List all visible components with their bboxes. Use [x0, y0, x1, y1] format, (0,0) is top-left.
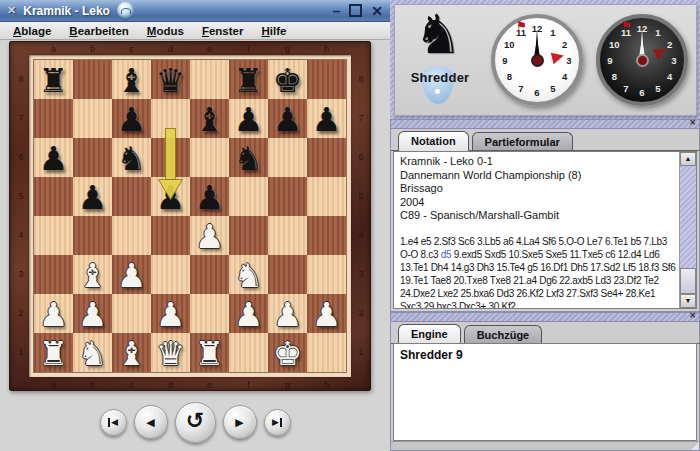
square-e8[interactable]	[190, 60, 229, 99]
square-g8[interactable]: ♚	[268, 60, 307, 99]
square-f4[interactable]	[229, 216, 268, 255]
black-clock-numeral-5: 5	[655, 82, 660, 93]
piece-black-pawn-b5[interactable]: ♟	[73, 177, 112, 216]
square-h3[interactable]	[307, 255, 346, 294]
coord-rank-7: 7	[355, 99, 367, 138]
rank-labels-left: 87654321	[15, 60, 27, 372]
square-c3[interactable]: ♟	[112, 255, 151, 294]
coord-rank-8: 8	[15, 60, 27, 99]
coord-rank-5: 5	[15, 177, 27, 216]
coord-file-g: g	[268, 379, 307, 391]
coord-file-a: a	[34, 43, 73, 55]
piece-white-pawn-f2[interactable]: ♟	[229, 294, 268, 333]
square-c5[interactable]	[112, 177, 151, 216]
black-clock-numeral-12: 12	[637, 23, 648, 34]
square-e5[interactable]: ♟	[190, 177, 229, 216]
coord-rank-8: 8	[355, 60, 367, 99]
square-d4[interactable]	[151, 216, 190, 255]
square-e4[interactable]: ♟	[190, 216, 229, 255]
menu-fenster[interactable]: Fenster	[193, 25, 253, 37]
coord-rank-1: 1	[15, 333, 27, 372]
black-clock-center	[636, 54, 649, 67]
coord-rank-5: 5	[355, 177, 367, 216]
coord-rank-3: 3	[15, 255, 27, 294]
back-button[interactable]: ◀	[134, 405, 168, 439]
piece-white-pawn-a2[interactable]: ♟	[34, 294, 73, 333]
piece-white-pawn-b2[interactable]: ♟	[73, 294, 112, 333]
coord-rank-2: 2	[355, 294, 367, 333]
square-b6[interactable]	[73, 138, 112, 177]
notation-titlebar[interactable]: ✕	[391, 120, 699, 129]
piece-white-knight-f3[interactable]: ♞	[229, 255, 268, 294]
piece-white-rook-e1[interactable]: ♜	[190, 333, 229, 372]
event-line: Dannemann World Championship (8)	[400, 169, 677, 183]
knight-logo-icon: ♞	[414, 4, 462, 66]
piece-black-pawn-f7[interactable]: ♟	[229, 99, 268, 138]
back-icon: ◀	[146, 417, 154, 428]
square-e2[interactable]	[190, 294, 229, 333]
coord-file-f: f	[229, 43, 268, 55]
app-icon: ✕	[7, 4, 16, 17]
piece-white-queen-d1[interactable]: ♛	[151, 333, 190, 372]
piece-white-knight-b1[interactable]: ♞	[73, 333, 112, 372]
square-a6[interactable]: ♟	[34, 138, 73, 177]
close-notation-icon[interactable]: ✕	[689, 118, 696, 128]
coord-file-d: d	[151, 379, 190, 391]
square-b3[interactable]: ♝	[73, 255, 112, 294]
piece-black-king-g8[interactable]: ♚	[268, 60, 307, 99]
current-move[interactable]: d5	[441, 249, 452, 260]
coord-file-h: h	[307, 43, 346, 55]
file-labels-top: abcdefgh	[34, 43, 346, 55]
window-title: Kramnik - Leko	[23, 4, 110, 18]
square-d3[interactable]	[151, 255, 190, 294]
square-h1[interactable]	[307, 333, 346, 372]
menu-modus[interactable]: Modus	[138, 25, 193, 37]
piece-black-pawn-h7[interactable]: ♟	[307, 99, 346, 138]
coord-rank-2: 2	[15, 294, 27, 333]
notation-content: Kramnik - Leko 0-1 Dannemann World Champ…	[393, 151, 697, 309]
white-clock-numeral-4: 4	[562, 71, 567, 82]
square-e6[interactable]	[190, 138, 229, 177]
menu-bar: Ablage Bearbeiten Modus Fenster Hilfe	[0, 22, 390, 40]
square-b7[interactable]	[73, 99, 112, 138]
start-bar-icon	[108, 418, 110, 427]
go-to-start-button[interactable]: ◀	[100, 409, 127, 436]
notation-scrollbar[interactable]: ▲ ▼	[679, 152, 696, 308]
coord-rank-7: 7	[15, 99, 27, 138]
coord-rank-1: 1	[355, 333, 367, 372]
coord-file-c: c	[112, 379, 151, 391]
minimize-button[interactable]: –	[332, 4, 340, 18]
go-to-end-button[interactable]: ▶	[264, 409, 291, 436]
coord-file-d: d	[151, 43, 190, 55]
black-clock-numeral-11: 11	[621, 27, 631, 38]
engine-name: Shredder 9	[394, 344, 696, 366]
black-clock-numeral-7: 7	[623, 82, 628, 93]
square-h8[interactable]	[307, 60, 346, 99]
black-clock-numeral-10: 10	[609, 39, 620, 50]
undo-icon: ↺	[186, 410, 204, 432]
square-f7[interactable]: ♟	[229, 99, 268, 138]
close-button[interactable]: ✕	[371, 4, 383, 18]
chess-board: abcdefgh abcdefgh 87654321 87654321 ♜♝♛♜…	[9, 41, 371, 391]
square-g4[interactable]	[268, 216, 307, 255]
square-f8[interactable]: ♜	[229, 60, 268, 99]
square-h4[interactable]	[307, 216, 346, 255]
scrollbar-thumb[interactable]	[680, 268, 696, 294]
menu-hilfe[interactable]: Hilfe	[252, 25, 295, 37]
square-g6[interactable]	[268, 138, 307, 177]
logo-text: Shredder	[402, 70, 478, 85]
white-clock-numeral-9: 9	[502, 55, 507, 66]
square-d1[interactable]: ♛	[151, 333, 190, 372]
coord-rank-4: 4	[355, 216, 367, 255]
piece-black-pawn-d5[interactable]: ♟	[151, 177, 190, 216]
coord-file-f: f	[229, 379, 268, 391]
close-engine-icon[interactable]: ✕	[689, 311, 696, 321]
tab-partieformular[interactable]: Partieformular	[472, 132, 573, 150]
white-clock-numeral-10: 10	[504, 39, 515, 50]
square-a7[interactable]	[34, 99, 73, 138]
square-c6[interactable]: ♞	[112, 138, 151, 177]
engine-titlebar[interactable]: ✕	[391, 313, 699, 322]
square-g1[interactable]: ♚	[268, 333, 307, 372]
square-g2[interactable]: ♟	[268, 294, 307, 333]
piece-black-bishop-c8[interactable]: ♝	[112, 60, 151, 99]
square-b8[interactable]	[73, 60, 112, 99]
square-b1[interactable]: ♞	[73, 333, 112, 372]
coord-file-g: g	[268, 43, 307, 55]
board-squares: ♜♝♛♜♚♟♝♟♟♟♟♞♞♟♟♟♟♝♟♞♟♟♟♟♟♟♜♞♝♛♜♚	[34, 60, 346, 372]
end-bar-icon	[280, 418, 282, 427]
coord-file-b: b	[73, 379, 112, 391]
square-e7[interactable]: ♝	[190, 99, 229, 138]
window-titlebar[interactable]: ✕ Kramnik - Leko – ✕	[0, 0, 390, 22]
nav-controls: ◀ ◀ ↺ ▶ ▶	[0, 398, 390, 446]
piece-black-pawn-c7[interactable]: ♟	[112, 99, 151, 138]
white-clock-numeral-3: 3	[566, 55, 571, 66]
shredder-app: ✕ Kramnik - Leko – ✕ Ablage Bearbeiten M…	[0, 0, 700, 451]
maximize-button[interactable]	[349, 4, 362, 17]
square-a8[interactable]: ♜	[34, 60, 73, 99]
square-d2[interactable]: ♟	[151, 294, 190, 333]
square-f1[interactable]	[229, 333, 268, 372]
white-clock-numeral-6: 6	[534, 87, 539, 98]
game-result-line: Kramnik - Leko 0-1	[400, 155, 677, 169]
square-b2[interactable]: ♟	[73, 294, 112, 333]
square-g7[interactable]: ♟	[268, 99, 307, 138]
square-c7[interactable]: ♟	[112, 99, 151, 138]
square-f3[interactable]: ♞	[229, 255, 268, 294]
white-clock-center	[531, 54, 544, 67]
tab-buchzuege[interactable]: Buchzüge	[464, 325, 543, 343]
engine-window: ✕ Engine Buchzüge Shredder 9	[390, 312, 700, 451]
black-clock-numeral-6: 6	[639, 87, 644, 98]
square-f5[interactable]	[229, 177, 268, 216]
coord-file-c: c	[112, 43, 151, 55]
white-clock-numeral-8: 8	[507, 71, 512, 82]
resize-grip[interactable]	[691, 442, 699, 450]
file-labels-bottom: abcdefgh	[34, 379, 346, 391]
game-notation[interactable]: Kramnik - Leko 0-1 Dannemann World Champ…	[394, 152, 679, 308]
piece-black-pawn-a6[interactable]: ♟	[34, 138, 73, 177]
black-clock-numeral-4: 4	[667, 71, 672, 82]
square-f6[interactable]: ♞	[229, 138, 268, 177]
piece-white-pawn-d2[interactable]: ♟	[151, 294, 190, 333]
square-g3[interactable]	[268, 255, 307, 294]
piece-white-rook-a1[interactable]: ♜	[34, 333, 73, 372]
notation-window: ✕ Notation Partieformular Kramnik - Leko…	[390, 119, 700, 312]
square-d8[interactable]: ♛	[151, 60, 190, 99]
piece-white-bishop-c1[interactable]: ♝	[112, 333, 151, 372]
engine-output: Shredder 9	[393, 343, 697, 441]
square-e1[interactable]: ♜	[190, 333, 229, 372]
move-list[interactable]: 1.e4 e5 2.Sf3 Sc6 3.Lb5 a6 4.La4 Sf6 5.O…	[400, 235, 677, 309]
scroll-up-button[interactable]: ▲	[680, 152, 696, 166]
eco-line: C89 - Spanisch/Marshall-Gambit	[400, 209, 677, 223]
coord-file-h: h	[307, 379, 346, 391]
start-triangle-icon: ◀	[111, 418, 118, 427]
clock-panel: ♞ Shredder ⚑ 121234567891011 ⚑ 121234567…	[394, 4, 697, 116]
coord-rank-3: 3	[355, 255, 367, 294]
piece-black-bishop-e7[interactable]: ♝	[190, 99, 229, 138]
menu-bearbeiten[interactable]: Bearbeiten	[60, 25, 137, 37]
white-clock-numeral-11: 11	[516, 27, 526, 38]
square-c2[interactable]	[112, 294, 151, 333]
piece-black-knight-c6[interactable]: ♞	[112, 138, 151, 177]
square-d7[interactable]	[151, 99, 190, 138]
square-c1[interactable]: ♝	[112, 333, 151, 372]
piece-white-pawn-g2[interactable]: ♟	[268, 294, 307, 333]
square-c8[interactable]: ♝	[112, 60, 151, 99]
forward-button[interactable]: ▶	[223, 405, 257, 439]
piece-white-pawn-e4[interactable]: ♟	[190, 216, 229, 255]
square-d5[interactable]: ♟	[151, 177, 190, 216]
board-window: ✕ Kramnik - Leko – ✕ Ablage Bearbeiten M…	[0, 0, 390, 451]
tab-notation[interactable]: Notation	[398, 131, 469, 151]
piece-black-queen-d8[interactable]: ♛	[151, 60, 190, 99]
piece-white-pawn-h2[interactable]: ♟	[307, 294, 346, 333]
rank-labels-right: 87654321	[355, 60, 367, 372]
white-clock: ⚑ 121234567891011	[491, 14, 583, 106]
square-b5[interactable]: ♟	[73, 177, 112, 216]
coord-file-b: b	[73, 43, 112, 55]
square-d6[interactable]	[151, 138, 190, 177]
white-clock-numeral-7: 7	[518, 82, 523, 93]
engine-bottom-edge	[391, 441, 699, 450]
coord-file-e: e	[190, 43, 229, 55]
white-clock-numeral-5: 5	[550, 82, 555, 93]
white-time-control-arrow-icon	[551, 50, 566, 65]
piece-black-pawn-g7[interactable]: ♟	[268, 99, 307, 138]
site-line: Brissago	[400, 182, 677, 196]
aqua-sphere-icon	[117, 2, 134, 19]
engine-tab-row: Engine Buchzüge	[391, 322, 699, 344]
shredder-logo: ♞ Shredder	[402, 12, 478, 108]
coord-file-e: e	[190, 379, 229, 391]
piece-white-king-g1[interactable]: ♚	[268, 333, 307, 372]
coord-rank-6: 6	[15, 138, 27, 177]
scrollbar-track[interactable]	[680, 166, 696, 294]
black-clock-numeral-9: 9	[607, 55, 612, 66]
white-clock-numeral-2: 2	[562, 39, 567, 50]
square-f2[interactable]: ♟	[229, 294, 268, 333]
forward-icon: ▶	[235, 417, 243, 428]
end-triangle-icon: ▶	[272, 418, 279, 427]
coord-rank-6: 6	[355, 138, 367, 177]
square-a3[interactable]	[34, 255, 73, 294]
piece-black-knight-f6[interactable]: ♞	[229, 138, 268, 177]
black-clock: ⚑ 121234567891011	[596, 14, 688, 106]
square-b4[interactable]	[73, 216, 112, 255]
notation-tab-row: Notation Partieformular	[391, 129, 699, 151]
piece-black-pawn-e5[interactable]: ♟	[190, 177, 229, 216]
square-h6[interactable]	[307, 138, 346, 177]
square-c4[interactable]	[112, 216, 151, 255]
square-a4[interactable]	[34, 216, 73, 255]
square-h7[interactable]: ♟	[307, 99, 346, 138]
square-a2[interactable]: ♟	[34, 294, 73, 333]
square-g5[interactable]	[268, 177, 307, 216]
window-controls: – ✕	[332, 4, 383, 18]
undo-move-button[interactable]: ↺	[175, 402, 216, 443]
black-clock-numeral-2: 2	[667, 39, 672, 50]
square-h5[interactable]	[307, 177, 346, 216]
year-line: 2004	[400, 196, 677, 210]
scroll-down-button[interactable]: ▼	[680, 294, 696, 308]
piece-white-bishop-b3[interactable]: ♝	[73, 255, 112, 294]
black-clock-numeral-8: 8	[612, 71, 617, 82]
white-clock-numeral-1: 1	[550, 27, 555, 38]
piece-white-pawn-c3[interactable]: ♟	[112, 255, 151, 294]
square-h2[interactable]: ♟	[307, 294, 346, 333]
coord-rank-4: 4	[15, 216, 27, 255]
piece-black-rook-f8[interactable]: ♜	[229, 60, 268, 99]
black-clock-numeral-3: 3	[671, 55, 676, 66]
square-a1[interactable]: ♜	[34, 333, 73, 372]
menu-ablage[interactable]: Ablage	[4, 25, 60, 37]
square-a5[interactable]	[34, 177, 73, 216]
coord-file-a: a	[34, 379, 73, 391]
black-clock-numeral-1: 1	[655, 27, 660, 38]
tab-engine[interactable]: Engine	[398, 324, 461, 344]
square-e3[interactable]	[190, 255, 229, 294]
piece-black-rook-a8[interactable]: ♜	[34, 60, 73, 99]
white-clock-numeral-12: 12	[532, 23, 543, 34]
